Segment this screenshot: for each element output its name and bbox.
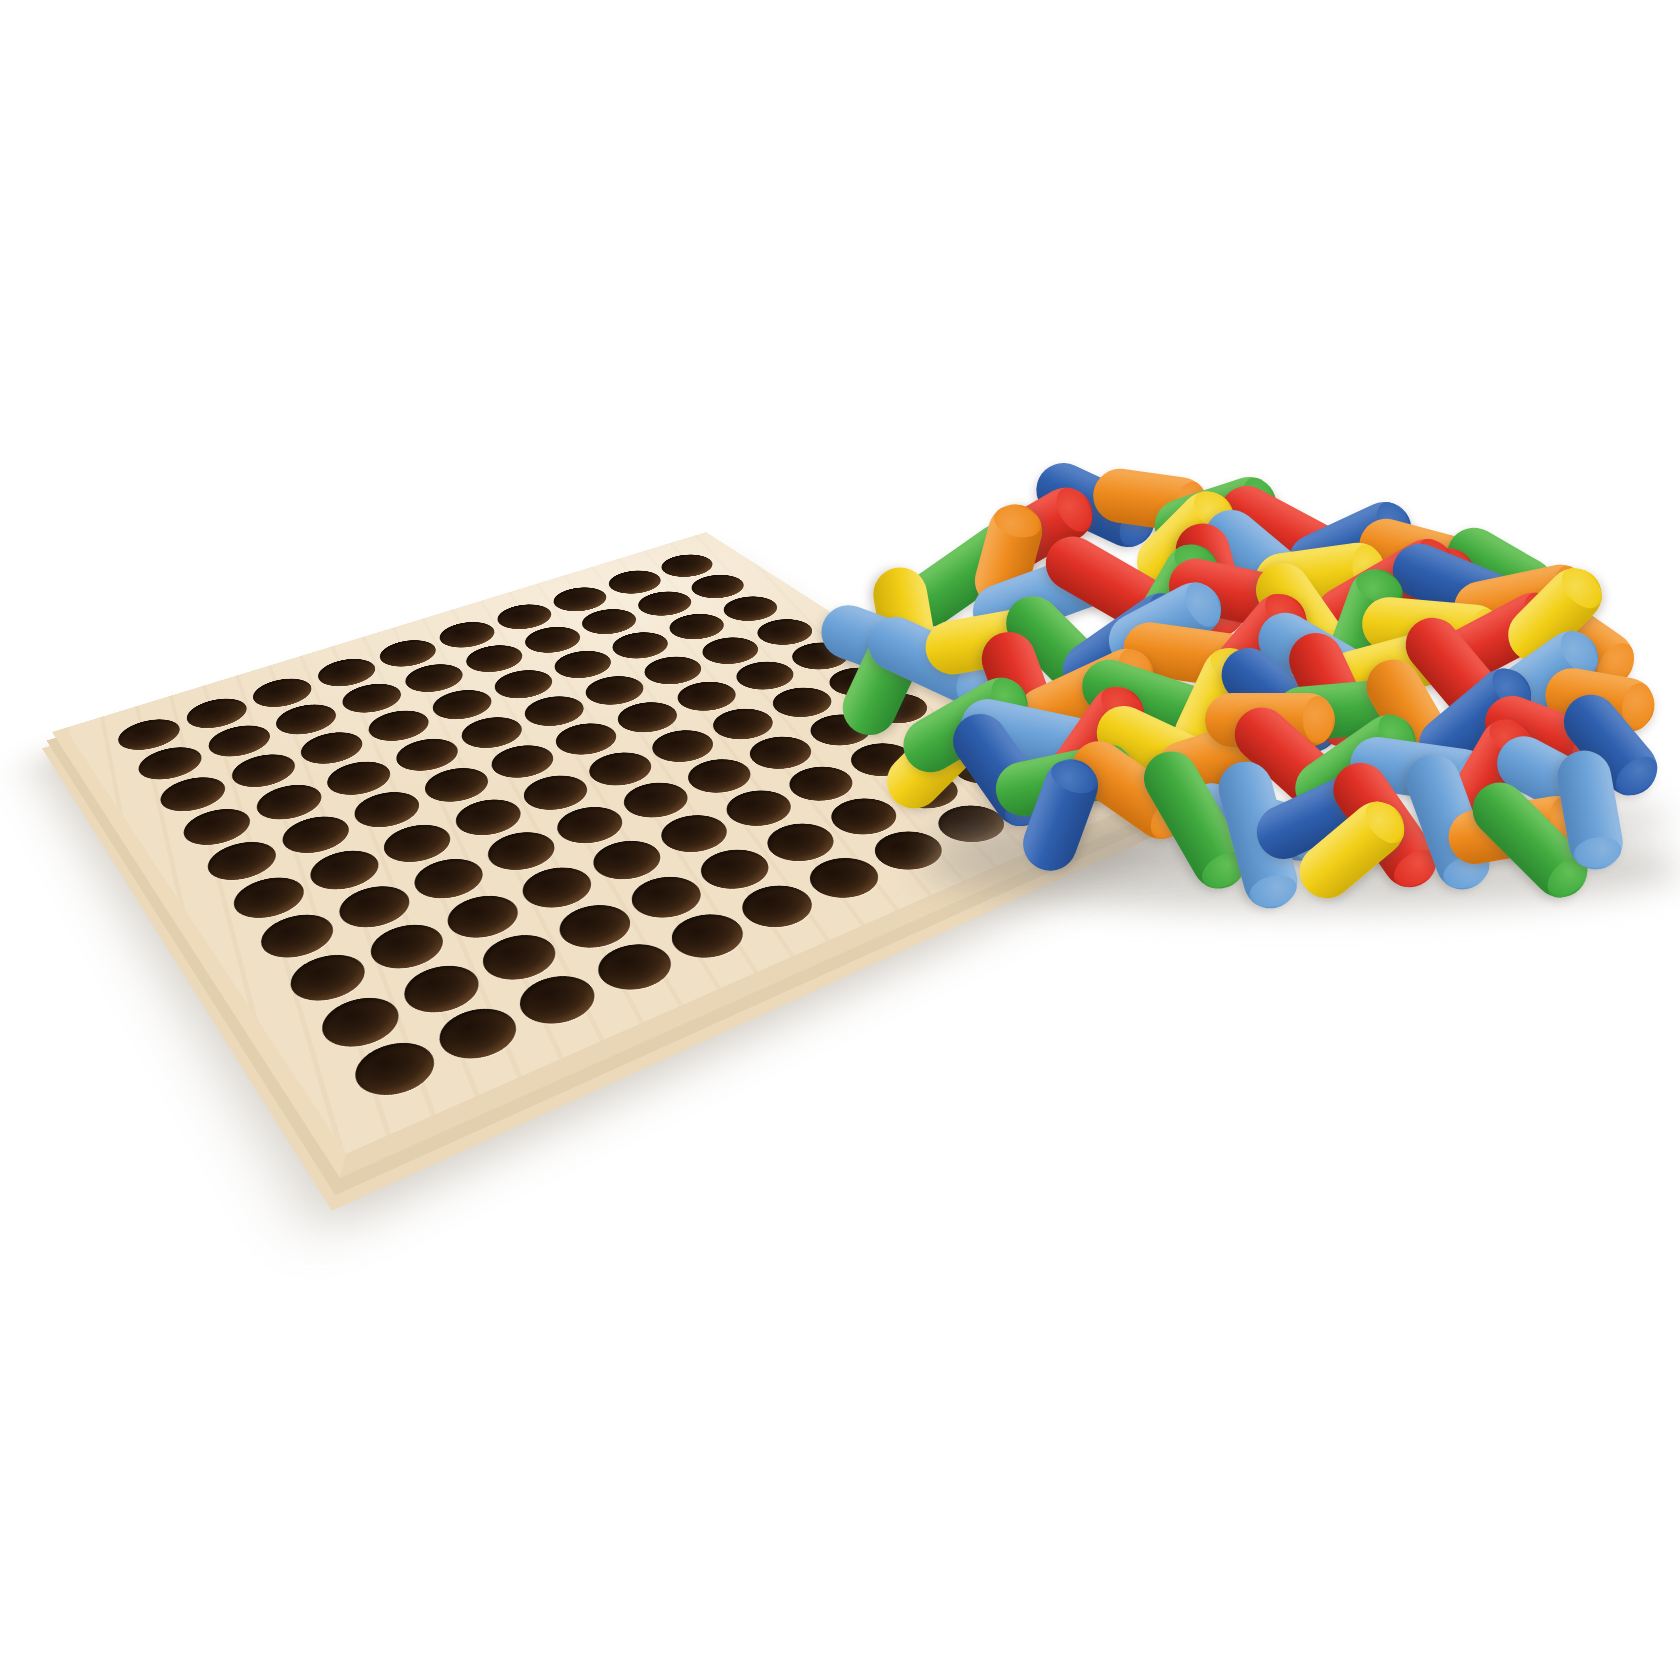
- peg-end-face: [1246, 870, 1300, 911]
- peg-end-face: [1608, 749, 1664, 803]
- peg-pile: [0, 0, 1680, 1680]
- peg-end-face: [1303, 696, 1333, 744]
- product-scene: [0, 0, 1680, 1680]
